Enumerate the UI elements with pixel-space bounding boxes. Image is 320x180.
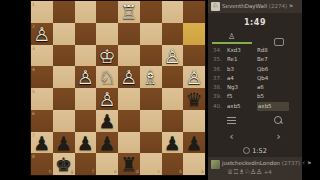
- top-player-name[interactable]: SeventhDayWall (2274) ⚑: [222, 3, 293, 10]
- top-player-avatar[interactable]: ♘: [211, 2, 220, 11]
- board-square[interactable]: [75, 1, 97, 23]
- board-square[interactable]: [53, 23, 75, 45]
- file-label: e: [114, 169, 117, 174]
- white-move[interactable]: b3: [227, 65, 257, 74]
- board-square[interactable]: [162, 23, 184, 45]
- next-move-button[interactable]: ›: [255, 130, 302, 143]
- board-square[interactable]: [118, 132, 140, 154]
- board-square[interactable]: [183, 45, 205, 67]
- black-pawn-g7[interactable]: ♟: [53, 132, 75, 154]
- chat-bubble-icon: [274, 38, 284, 46]
- board-square[interactable]: [140, 1, 162, 23]
- move-row: 34.Kxd3Rd8: [213, 46, 297, 55]
- rank-label: 3: [32, 46, 35, 51]
- bottom-player-username[interactable]: justcheckedinLondon: [222, 160, 280, 166]
- move-number: 38.: [213, 83, 227, 92]
- tab-chat[interactable]: [255, 31, 302, 42]
- white-king-e3[interactable]: ♔: [96, 45, 118, 67]
- rank-label: 5: [32, 89, 35, 94]
- flag-icon: ⚑: [307, 160, 311, 166]
- black-pawn-h7[interactable]: ♟: [31, 132, 53, 154]
- board-square[interactable]: [183, 23, 205, 45]
- bottom-player-name[interactable]: justcheckedinLondon (2737) ⚡ ⚑: [222, 160, 312, 167]
- white-rook-d1[interactable]: ♖: [118, 1, 140, 23]
- board-square[interactable]: [118, 45, 140, 67]
- rank-label: 6: [32, 111, 35, 116]
- black-move[interactable]: axb5: [257, 102, 289, 111]
- black-queen-a5[interactable]: ♛: [183, 88, 205, 110]
- black-pawn-f7[interactable]: ♟: [75, 132, 97, 154]
- move-number: 35.: [213, 55, 227, 64]
- black-pawn-a7[interactable]: ♟: [183, 132, 205, 154]
- bottom-player-avatar[interactable]: [211, 160, 220, 169]
- board-square[interactable]: [96, 1, 118, 23]
- material-advantage: +4: [264, 169, 272, 175]
- board-square[interactable]: [118, 23, 140, 45]
- board-square[interactable]: [53, 110, 75, 132]
- rank-label: 4: [32, 67, 35, 72]
- move-list: 34.Kxd3Rd835.Re1Be736.b3Qb637.a4Qb438.Ng…: [213, 46, 297, 111]
- board-square[interactable]: [53, 1, 75, 23]
- white-bishop-c4[interactable]: ♗: [140, 66, 162, 88]
- bottom-player-bar: justcheckedinLondon (2737) ⚡ ⚑ ♕♖♗♘♙♙+4: [208, 157, 302, 180]
- black-pawn-e7[interactable]: ♟: [96, 132, 118, 154]
- black-move[interactable]: b5: [257, 92, 287, 101]
- white-pawn-f4[interactable]: ♙: [75, 66, 97, 88]
- move-row: 39.f5b5: [213, 92, 297, 101]
- white-move[interactable]: Re1: [227, 55, 257, 64]
- board-square[interactable]: [162, 1, 184, 23]
- white-move[interactable]: f5: [227, 92, 257, 101]
- menu-button[interactable]: [227, 117, 236, 125]
- board-square[interactable]: [53, 66, 75, 88]
- file-label: h: [49, 169, 52, 174]
- file-label: f: [92, 169, 94, 174]
- board-square[interactable]: [75, 45, 97, 67]
- white-pawn-e5[interactable]: ♙: [96, 88, 118, 110]
- game-side-panel: ♘ SeventhDayWall (2274) ⚑ 1:49 ♙ 34.Kxd3…: [208, 0, 302, 180]
- white-knight-e4[interactable]: ♘: [96, 66, 118, 88]
- top-player-bar: ♘ SeventhDayWall (2274) ⚑: [208, 0, 302, 13]
- move-number: 37.: [213, 74, 227, 83]
- board-square[interactable]: [118, 88, 140, 110]
- board-square[interactable]: [53, 45, 75, 67]
- board-square[interactable]: [75, 110, 97, 132]
- prev-move-button[interactable]: ‹: [208, 130, 255, 143]
- black-pawn-b7[interactable]: ♟: [162, 132, 184, 154]
- top-player-clock: 1:49: [208, 18, 302, 27]
- chess-board[interactable]: 12345678hgfedcba♖♙♔♙♙♘♙♗♙♙♛♟♟♟♟♟♟♟♚♜: [31, 1, 205, 175]
- black-move[interactable]: Qb4: [257, 74, 287, 83]
- board-square[interactable]: [140, 132, 162, 154]
- bottom-player-rating: (2737): [282, 160, 300, 166]
- black-pawn-e6[interactable]: ♟: [96, 110, 118, 132]
- board-square[interactable]: [162, 66, 184, 88]
- move-row: 35.Re1Be7: [213, 55, 297, 64]
- flag-icon: ⚑: [289, 3, 293, 9]
- move-number: 39.: [213, 92, 227, 101]
- white-move[interactable]: axb5: [227, 102, 257, 111]
- move-row: 40.axb5axb5: [213, 102, 297, 111]
- move-row: 36.b3Qb6: [213, 65, 297, 74]
- board-square[interactable]: [118, 110, 140, 132]
- black-move[interactable]: a6: [257, 83, 287, 92]
- white-move[interactable]: Ng3: [227, 83, 257, 92]
- board-square[interactable]: [140, 88, 162, 110]
- white-pawn-a4[interactable]: ♙: [183, 66, 205, 88]
- white-move[interactable]: Kxd3: [227, 46, 257, 55]
- black-move[interactable]: Qb6: [257, 65, 287, 74]
- white-move[interactable]: a4: [227, 74, 257, 83]
- file-label: b: [179, 169, 182, 174]
- black-king-g8[interactable]: ♚: [53, 153, 75, 175]
- board-square[interactable]: [75, 23, 97, 45]
- file-label: a: [201, 169, 204, 174]
- board-square[interactable]: [140, 110, 162, 132]
- move-row: 38.Ng3a6: [213, 83, 297, 92]
- black-move[interactable]: Rd8: [257, 46, 287, 55]
- file-label: c: [158, 169, 160, 174]
- bottom-player-clock: 1:52: [208, 147, 302, 155]
- board-square[interactable]: [53, 88, 75, 110]
- board-square[interactable]: [162, 88, 184, 110]
- board-square[interactable]: [162, 110, 184, 132]
- berserk-icon: ⚡: [302, 160, 306, 166]
- move-number: 40.: [213, 102, 227, 111]
- board-square[interactable]: [140, 45, 162, 67]
- active-tab-underline: [212, 42, 252, 44]
- board-square[interactable]: [75, 88, 97, 110]
- white-pawn-d4[interactable]: ♙: [118, 66, 140, 88]
- white-pawn-b3[interactable]: ♙: [162, 45, 184, 67]
- chess-app-window: 12345678hgfedcba♖♙♔♙♙♘♙♗♙♙♛♟♟♟♟♟♟♟♚♜ ♘ S…: [0, 0, 320, 180]
- move-row: 37.a4Qb4: [213, 74, 297, 83]
- move-number: 34.: [213, 46, 227, 55]
- white-pawn-h2[interactable]: ♙: [31, 23, 53, 45]
- board-square[interactable]: [183, 1, 205, 23]
- analysis-magnifier-button[interactable]: [274, 116, 282, 124]
- black-move[interactable]: Be7: [257, 55, 287, 64]
- rank-label: 1: [32, 2, 35, 7]
- board-square[interactable]: [140, 23, 162, 45]
- top-player-username[interactable]: SeventhDayWall: [222, 3, 267, 9]
- board-square[interactable]: [96, 23, 118, 45]
- top-player-rating: (2274): [269, 3, 287, 9]
- move-number: 36.: [213, 65, 227, 74]
- black-rook-d8[interactable]: ♜: [118, 153, 140, 175]
- rank-label: 8: [32, 154, 35, 159]
- captured-pieces-row: ♕♖♗♘♙♙+4: [227, 168, 272, 176]
- tab-moves[interactable]: ♙: [208, 31, 255, 42]
- board-square[interactable]: [183, 110, 205, 132]
- clock-icon: [243, 147, 250, 154]
